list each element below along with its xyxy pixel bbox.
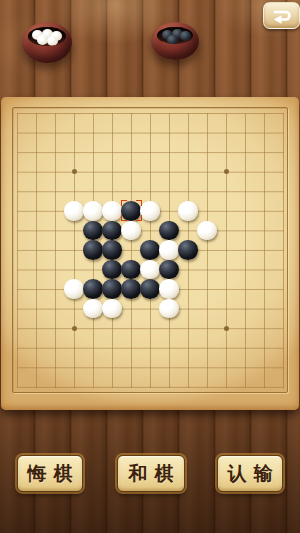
black-stone-bowl <box>151 22 199 60</box>
back-undo-button[interactable] <box>263 2 300 29</box>
black-stone <box>180 31 191 41</box>
undo-arrow-icon <box>269 7 295 25</box>
board-grid[interactable] <box>17 113 285 388</box>
white-stone-bowl-opening <box>28 27 66 46</box>
gomoku-app: 悔棋 和棋 认输 <box>0 0 300 533</box>
offer-draw-button[interactable]: 和棋 <box>117 455 185 492</box>
black-stone-bowl-opening <box>157 27 193 44</box>
black-stone <box>167 35 178 44</box>
resign-button[interactable]: 认输 <box>217 455 283 492</box>
white-stone-bowl <box>22 22 72 63</box>
undo-move-button[interactable]: 悔棋 <box>17 455 83 492</box>
white-stone <box>47 36 58 46</box>
